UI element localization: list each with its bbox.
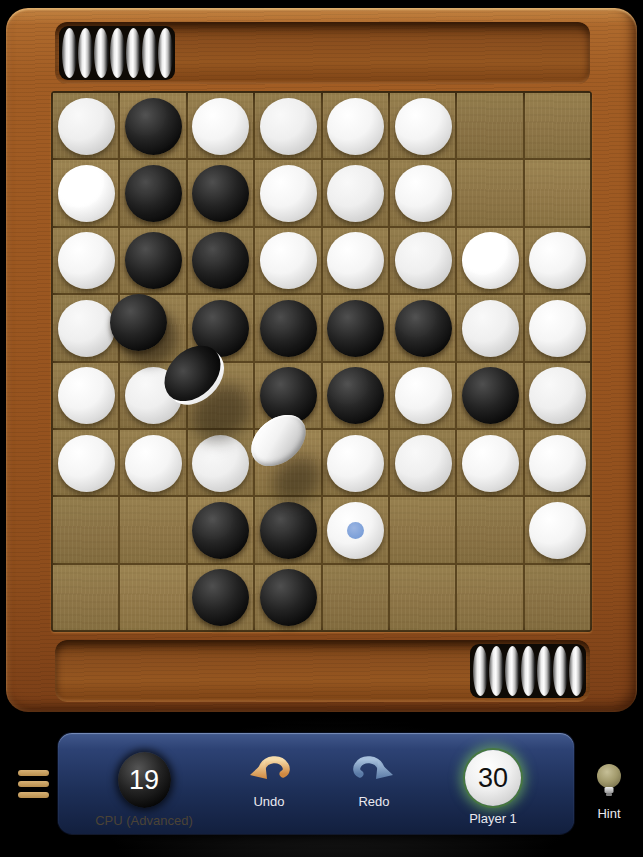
cell-r1c5[interactable]: [323, 93, 388, 158]
disc-rack-top: [59, 26, 175, 80]
cell-r2c5[interactable]: [323, 160, 388, 225]
disc-white: [462, 232, 519, 289]
cell-r1c2[interactable]: [120, 93, 185, 158]
cell-r6c5[interactable]: [323, 430, 388, 495]
cell-r6c7[interactable]: [457, 430, 522, 495]
cell-r5c7[interactable]: [457, 363, 522, 428]
cell-r7c1[interactable]: [53, 497, 118, 562]
redo-arrow-icon: [352, 753, 396, 791]
black-score-value: 19: [129, 765, 159, 796]
cell-r4c8[interactable]: [525, 295, 590, 360]
disc-white: [327, 435, 384, 492]
disc-white: [125, 435, 182, 492]
stored-disc-edge: [94, 28, 109, 78]
cell-r7c7[interactable]: [457, 497, 522, 562]
cell-r2c4[interactable]: [255, 160, 320, 225]
disc-white: [58, 232, 115, 289]
disc-white: [327, 502, 384, 559]
stored-disc-edge: [126, 28, 141, 78]
disc-white: [260, 98, 317, 155]
disc-white: [58, 367, 115, 424]
cell-r4c1[interactable]: [53, 295, 118, 360]
board-area: [51, 91, 592, 632]
app-screen: 19 CPU (Advanced) Undo: [0, 0, 643, 857]
disc-black: [192, 165, 249, 222]
disc-white: [462, 435, 519, 492]
disc-white: [462, 300, 519, 357]
disc-white: [260, 165, 317, 222]
stored-disc-edge: [505, 646, 520, 696]
cell-r2c7[interactable]: [457, 160, 522, 225]
cell-r8c1[interactable]: [53, 565, 118, 630]
cell-r3c7[interactable]: [457, 228, 522, 293]
cell-r1c8[interactable]: [525, 93, 590, 158]
cell-r7c4[interactable]: [255, 497, 320, 562]
cell-r3c3[interactable]: [188, 228, 253, 293]
disc-black: [192, 502, 249, 559]
stored-disc-edge: [473, 646, 488, 696]
cell-r1c7[interactable]: [457, 93, 522, 158]
disc-white: [395, 232, 452, 289]
undo-arrow-icon: [247, 753, 291, 791]
cell-r6c2[interactable]: [120, 430, 185, 495]
disc-rack-bottom: [470, 644, 586, 698]
cell-r2c2[interactable]: [120, 160, 185, 225]
disc-black: [327, 367, 384, 424]
disc-white: [395, 165, 452, 222]
cell-r2c6[interactable]: [390, 160, 455, 225]
disc-white: [327, 98, 384, 155]
cell-r2c8[interactable]: [525, 160, 590, 225]
cell-r1c1[interactable]: [53, 93, 118, 158]
cell-r5c5[interactable]: [323, 363, 388, 428]
cell-r3c6[interactable]: [390, 228, 455, 293]
disc-white: [529, 502, 586, 559]
disc-white: [58, 98, 115, 155]
cell-r4c7[interactable]: [457, 295, 522, 360]
cell-r3c8[interactable]: [525, 228, 590, 293]
cell-r4c5[interactable]: [323, 295, 388, 360]
disc-white: [529, 367, 586, 424]
disc-black: [125, 232, 182, 289]
stored-disc-edge: [537, 646, 552, 696]
hamburger-icon: [18, 792, 49, 798]
stored-disc-edge: [142, 28, 157, 78]
white-score-block: 30 Player 1: [423, 750, 563, 826]
stored-disc-edge: [521, 646, 536, 696]
disc-white: [395, 435, 452, 492]
disc-white: [58, 435, 115, 492]
disc-black: [260, 300, 317, 357]
disc-black: [125, 165, 182, 222]
stored-disc-edge: [489, 646, 504, 696]
cell-r6c8[interactable]: [525, 430, 590, 495]
disc-tray-top: [55, 22, 590, 84]
cell-r8c2[interactable]: [120, 565, 185, 630]
redo-button[interactable]: Redo: [344, 753, 404, 809]
cell-r1c4[interactable]: [255, 93, 320, 158]
toolbar-panel: 19 CPU (Advanced) Undo: [57, 732, 575, 835]
cell-r8c3[interactable]: [188, 565, 253, 630]
disc-black: [260, 569, 317, 626]
cell-r7c6[interactable]: [390, 497, 455, 562]
cell-r8c8[interactable]: [525, 565, 590, 630]
disc-white: [395, 98, 452, 155]
last-move-marker: [347, 522, 364, 539]
cell-r3c4[interactable]: [255, 228, 320, 293]
cell-r5c1[interactable]: [53, 363, 118, 428]
cell-r3c1[interactable]: [53, 228, 118, 293]
disc-black: [327, 300, 384, 357]
stored-disc-edge: [78, 28, 93, 78]
cell-r4c6[interactable]: [390, 295, 455, 360]
disc-black: [395, 300, 452, 357]
disc-black: [462, 367, 519, 424]
cell-r4c4[interactable]: [255, 295, 320, 360]
cell-r1c6[interactable]: [390, 93, 455, 158]
disc-white: [192, 98, 249, 155]
stored-disc-edge: [158, 28, 173, 78]
menu-button[interactable]: [18, 770, 49, 798]
black-score-ball: 19: [118, 752, 171, 808]
cell-r8c4[interactable]: [255, 565, 320, 630]
disc-white: [529, 435, 586, 492]
cell-r7c3[interactable]: [188, 497, 253, 562]
stored-disc-edge: [553, 646, 568, 696]
disc-black: [192, 569, 249, 626]
cell-r5c6[interactable]: [390, 363, 455, 428]
cell-r4c2[interactable]: [120, 295, 185, 360]
stored-disc-edge: [110, 28, 125, 78]
stored-disc-edge: [569, 646, 584, 696]
cell-r3c5[interactable]: [323, 228, 388, 293]
disc-tray-bottom: [55, 640, 590, 702]
hamburger-icon: [18, 781, 49, 787]
white-score-ball-active: 30: [465, 750, 521, 806]
cell-r8c7[interactable]: [457, 565, 522, 630]
disc-white: [529, 300, 586, 357]
disc-black: [125, 98, 182, 155]
redo-label: Redo: [358, 794, 389, 809]
cell-r5c8[interactable]: [525, 363, 590, 428]
white-player-label: Player 1: [469, 811, 517, 826]
disc-white: [58, 165, 115, 222]
cell-r6c6[interactable]: [390, 430, 455, 495]
disc-white: [327, 165, 384, 222]
black-player-label: CPU (Advanced): [95, 813, 193, 828]
cell-r7c8[interactable]: [525, 497, 590, 562]
disc-black: [192, 232, 249, 289]
stored-disc-edge: [62, 28, 77, 78]
white-score-value: 30: [478, 763, 508, 794]
hint-label: Hint: [597, 806, 620, 821]
disc-white: [192, 435, 249, 492]
disc-white: [58, 300, 115, 357]
undo-button[interactable]: Undo: [239, 753, 299, 809]
undo-label: Undo: [253, 794, 284, 809]
cell-r7c2[interactable]: [120, 497, 185, 562]
cell-r2c3[interactable]: [188, 160, 253, 225]
disc-white: [529, 232, 586, 289]
hamburger-icon: [18, 770, 49, 776]
disc-white: [395, 367, 452, 424]
disc-white: [327, 232, 384, 289]
cell-r2c1[interactable]: [53, 160, 118, 225]
board: [51, 91, 592, 632]
cell-r1c3[interactable]: [188, 93, 253, 158]
cell-r7c5[interactable]: [323, 497, 388, 562]
disc-black: [260, 502, 317, 559]
cell-r6c1[interactable]: [53, 430, 118, 495]
hint-button[interactable]: Hint: [588, 763, 630, 821]
disc-black: [110, 294, 167, 351]
cell-r3c2[interactable]: [120, 228, 185, 293]
cell-r8c6[interactable]: [390, 565, 455, 630]
disc-white: [260, 232, 317, 289]
black-score-block: 19 CPU (Advanced): [74, 752, 214, 828]
cell-r8c5[interactable]: [323, 565, 388, 630]
lightbulb-icon: [595, 763, 623, 801]
